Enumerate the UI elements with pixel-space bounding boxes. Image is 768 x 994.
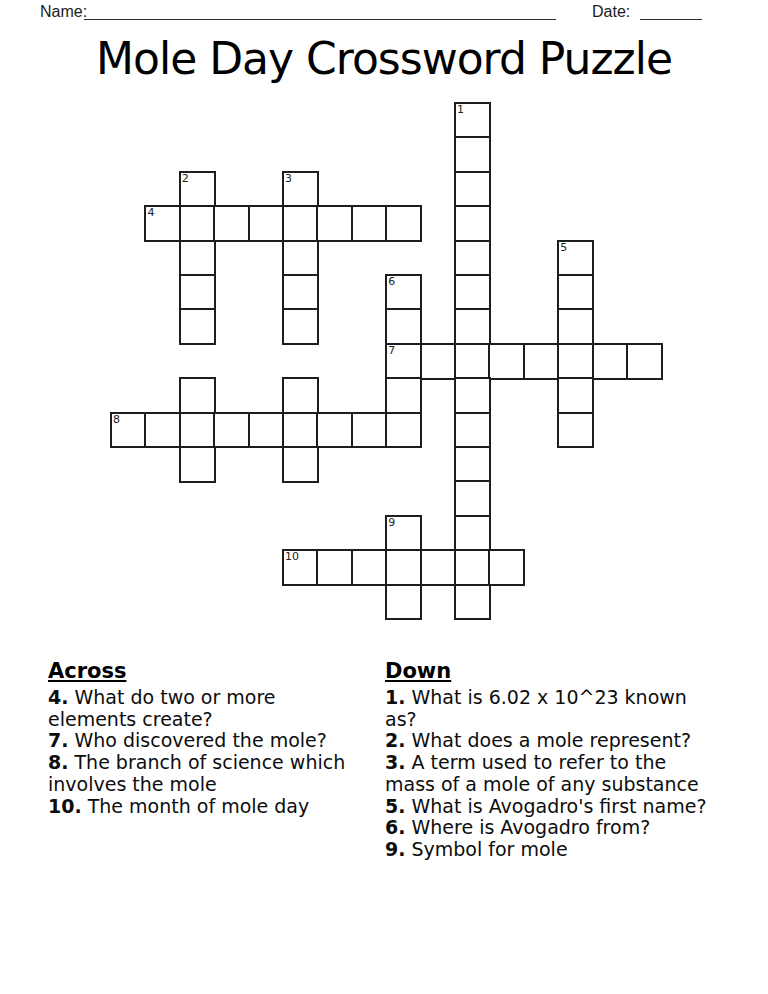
clue-text: What is Avogadro's first name? bbox=[405, 795, 706, 817]
grid-cell-r9c2[interactable] bbox=[179, 412, 216, 449]
grid-cell-r3c1[interactable]: 4 bbox=[144, 205, 181, 242]
down-clue-3: 3. A term used to refer to the mass of a… bbox=[385, 752, 719, 795]
down-clue-2: 2. What does a mole represent? bbox=[385, 730, 719, 752]
grid-cell-r1c10[interactable] bbox=[454, 136, 491, 173]
grid-cell-r5c5[interactable] bbox=[282, 274, 319, 311]
grid-cell-r9c7[interactable] bbox=[351, 412, 388, 449]
grid-cell-r3c4[interactable] bbox=[248, 205, 285, 242]
grid-cell-r3c10[interactable] bbox=[454, 205, 491, 242]
across-heading: Across bbox=[48, 659, 366, 683]
grid-cell-r7c15[interactable] bbox=[626, 343, 663, 380]
grid-cell-r9c13[interactable] bbox=[557, 412, 594, 449]
grid-cell-r10c2[interactable] bbox=[179, 446, 216, 483]
grid-cell-r3c3[interactable] bbox=[213, 205, 250, 242]
name-label: Name: bbox=[40, 3, 87, 21]
clue-number: 2. bbox=[385, 729, 405, 751]
clue-number: 1. bbox=[385, 686, 405, 708]
clue-number: 10. bbox=[48, 795, 82, 817]
clue-number: 4. bbox=[48, 686, 68, 708]
grid-cell-r9c3[interactable] bbox=[213, 412, 250, 449]
grid-cell-r14c10[interactable] bbox=[454, 584, 491, 621]
clue-text: What does a mole represent? bbox=[405, 729, 691, 751]
clue-text: Symbol for mole bbox=[405, 838, 567, 860]
grid-cell-r6c5[interactable] bbox=[282, 308, 319, 345]
grid-cell-r8c13[interactable] bbox=[557, 377, 594, 414]
down-clue-1: 1. What is 6.02 x 10^23 known as? bbox=[385, 687, 719, 730]
cell-number-5: 5 bbox=[560, 241, 567, 254]
clue-number: 3. bbox=[385, 751, 405, 773]
cell-number-4: 4 bbox=[147, 206, 154, 219]
grid-cell-r13c8[interactable] bbox=[385, 549, 422, 586]
down-clue-list: 1. What is 6.02 x 10^23 known as?2. What… bbox=[385, 687, 719, 861]
grid-cell-r11c10[interactable] bbox=[454, 480, 491, 517]
down-heading: Down bbox=[385, 659, 719, 683]
grid-cell-r8c10[interactable] bbox=[454, 377, 491, 414]
grid-cell-r5c2[interactable] bbox=[179, 274, 216, 311]
cell-number-2: 2 bbox=[182, 172, 189, 185]
across-clue-4: 4. What do two or more elements create? bbox=[48, 687, 366, 730]
grid-cell-r13c9[interactable] bbox=[420, 549, 457, 586]
grid-cell-r7c8[interactable]: 7 bbox=[385, 343, 422, 380]
clue-text: What do two or more elements create? bbox=[48, 686, 276, 730]
page-title: Mole Day Crossword Puzzle bbox=[0, 33, 768, 84]
grid-cell-r9c4[interactable] bbox=[248, 412, 285, 449]
grid-cell-r3c6[interactable] bbox=[316, 205, 353, 242]
grid-cell-r6c2[interactable] bbox=[179, 308, 216, 345]
grid-cell-r8c8[interactable] bbox=[385, 377, 422, 414]
across-clue-7: 7. Who discovered the mole? bbox=[48, 730, 366, 752]
grid-cell-r12c8[interactable]: 9 bbox=[385, 515, 422, 552]
grid-cell-r2c10[interactable] bbox=[454, 171, 491, 208]
grid-cell-r10c10[interactable] bbox=[454, 446, 491, 483]
clue-text: The branch of science which involves the… bbox=[48, 751, 345, 795]
grid-cell-r7c11[interactable] bbox=[488, 343, 525, 380]
grid-cell-r9c0[interactable]: 8 bbox=[110, 412, 147, 449]
grid-cell-r14c8[interactable] bbox=[385, 584, 422, 621]
down-clue-5: 5. What is Avogadro's first name? bbox=[385, 796, 719, 818]
grid-cell-r6c10[interactable] bbox=[454, 308, 491, 345]
grid-cell-r13c7[interactable] bbox=[351, 549, 388, 586]
grid-cell-r0c10[interactable]: 1 bbox=[454, 102, 491, 139]
clue-number: 6. bbox=[385, 816, 405, 838]
grid-cell-r7c10[interactable] bbox=[454, 343, 491, 380]
grid-cell-r3c8[interactable] bbox=[385, 205, 422, 242]
grid-cell-r4c5[interactable] bbox=[282, 240, 319, 277]
grid-cell-r7c12[interactable] bbox=[523, 343, 560, 380]
grid-cell-r8c5[interactable] bbox=[282, 377, 319, 414]
grid-cell-r2c5[interactable]: 3 bbox=[282, 171, 319, 208]
cell-number-8: 8 bbox=[113, 413, 120, 426]
clue-number: 5. bbox=[385, 795, 405, 817]
grid-cell-r7c13[interactable] bbox=[557, 343, 594, 380]
clue-number: 7. bbox=[48, 729, 68, 751]
clue-text: The month of mole day bbox=[82, 795, 310, 817]
date-line bbox=[640, 2, 702, 20]
clue-text: What is 6.02 x 10^23 known as? bbox=[385, 686, 687, 730]
across-clue-list: 4. What do two or more elements create?7… bbox=[48, 687, 366, 817]
down-clue-9: 9. Symbol for mole bbox=[385, 839, 719, 861]
grid-cell-r7c14[interactable] bbox=[592, 343, 629, 380]
grid-cell-r10c5[interactable] bbox=[282, 446, 319, 483]
grid-cell-r12c10[interactable] bbox=[454, 515, 491, 552]
grid-cell-r9c8[interactable] bbox=[385, 412, 422, 449]
clue-text: Who discovered the mole? bbox=[68, 729, 326, 751]
grid-cell-r5c13[interactable] bbox=[557, 274, 594, 311]
grid-cell-r5c8[interactable]: 6 bbox=[385, 274, 422, 311]
clue-number: 9. bbox=[385, 838, 405, 860]
grid-cell-r13c6[interactable] bbox=[316, 549, 353, 586]
grid-cell-r3c5[interactable] bbox=[282, 205, 319, 242]
cell-number-7: 7 bbox=[388, 344, 395, 357]
clue-number: 8. bbox=[48, 751, 68, 773]
cell-number-1: 1 bbox=[457, 103, 464, 116]
grid-cell-r13c5[interactable]: 10 bbox=[282, 549, 319, 586]
date-label: Date: bbox=[592, 3, 630, 21]
grid-cell-r9c1[interactable] bbox=[144, 412, 181, 449]
grid-cell-r7c9[interactable] bbox=[420, 343, 457, 380]
cell-number-9: 9 bbox=[388, 516, 395, 529]
cell-number-6: 6 bbox=[388, 275, 395, 288]
grid-cell-r3c2[interactable] bbox=[179, 205, 216, 242]
clue-text: Where is Avogadro from? bbox=[405, 816, 650, 838]
clue-text: A term used to refer to the mass of a mo… bbox=[385, 751, 699, 795]
grid-cell-r13c11[interactable] bbox=[488, 549, 525, 586]
grid-cell-r4c2[interactable] bbox=[179, 240, 216, 277]
across-clues-section: Across 4. What do two or more elements c… bbox=[48, 659, 366, 817]
grid-cell-r2c2[interactable]: 2 bbox=[179, 171, 216, 208]
down-clue-6: 6. Where is Avogadro from? bbox=[385, 817, 719, 839]
grid-cell-r4c13[interactable]: 5 bbox=[557, 240, 594, 277]
across-clue-8: 8. The branch of science which involves … bbox=[48, 752, 366, 795]
cell-number-10: 10 bbox=[285, 550, 299, 563]
grid-cell-r3c7[interactable] bbox=[351, 205, 388, 242]
grid-cell-r9c5[interactable] bbox=[282, 412, 319, 449]
grid-cell-r6c8[interactable] bbox=[385, 308, 422, 345]
grid-cell-r5c10[interactable] bbox=[454, 274, 491, 311]
crossword-grid: 12345678910 bbox=[110, 102, 663, 621]
name-line bbox=[84, 2, 556, 20]
grid-cell-r13c10[interactable] bbox=[454, 549, 491, 586]
grid-cell-r6c13[interactable] bbox=[557, 308, 594, 345]
down-clues-section: Down 1. What is 6.02 x 10^23 known as?2.… bbox=[385, 659, 719, 861]
grid-cell-r9c6[interactable] bbox=[316, 412, 353, 449]
cell-number-3: 3 bbox=[285, 172, 292, 185]
grid-cell-r9c10[interactable] bbox=[454, 412, 491, 449]
grid-cell-r4c10[interactable] bbox=[454, 240, 491, 277]
across-clue-10: 10. The month of mole day bbox=[48, 796, 366, 818]
grid-cell-r8c2[interactable] bbox=[179, 377, 216, 414]
